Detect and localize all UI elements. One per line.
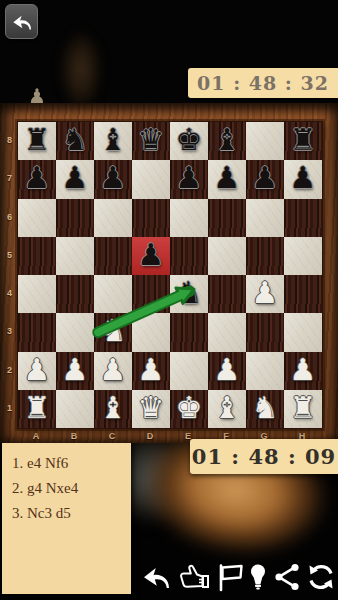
rank-labels: 87654321 (3, 121, 16, 427)
square-c8[interactable]: ♝ (94, 122, 132, 160)
square-g6[interactable] (246, 199, 284, 237)
white-knight: ♞ (246, 390, 284, 428)
undo-button[interactable] (141, 561, 173, 593)
square-e1[interactable]: ♚ (170, 390, 208, 428)
player-clock: 01 : 48 : 09 (190, 439, 338, 474)
black-knight: ♞ (170, 275, 208, 313)
square-c1[interactable]: ♝ (94, 390, 132, 428)
square-a8[interactable]: ♜ (18, 122, 56, 160)
square-f4[interactable] (208, 275, 246, 313)
square-e8[interactable]: ♚ (170, 122, 208, 160)
thumbs-up-icon (177, 561, 211, 593)
square-c5[interactable] (94, 237, 132, 275)
black-king: ♚ (170, 122, 208, 160)
share-button[interactable] (272, 561, 302, 593)
square-f7[interactable]: ♟ (208, 160, 246, 198)
white-king: ♚ (170, 390, 208, 428)
square-d4[interactable] (132, 275, 170, 313)
rank-label: 7 (3, 159, 16, 197)
square-b2[interactable]: ♟ (56, 352, 94, 390)
white-pawn: ♟ (208, 352, 246, 390)
square-a2[interactable]: ♟ (18, 352, 56, 390)
black-pawn: ♟ (284, 160, 322, 198)
rank-label: 4 (3, 274, 16, 312)
black-queen: ♛ (132, 122, 170, 160)
square-g8[interactable] (246, 122, 284, 160)
file-label: D (131, 429, 169, 443)
file-label: A (17, 429, 55, 443)
square-d2[interactable]: ♟ (132, 352, 170, 390)
white-rook: ♜ (284, 390, 322, 428)
square-g4[interactable]: ♟ (246, 275, 284, 313)
square-e3[interactable] (170, 313, 208, 351)
square-d6[interactable] (132, 199, 170, 237)
square-d7[interactable] (132, 160, 170, 198)
white-pawn: ♟ (94, 352, 132, 390)
white-pawn: ♟ (132, 352, 170, 390)
black-pawn: ♟ (132, 237, 170, 275)
black-pawn: ♟ (94, 160, 132, 198)
square-f2[interactable]: ♟ (208, 352, 246, 390)
square-c2[interactable]: ♟ (94, 352, 132, 390)
board-frame: 87654321 ABCDEFGH ♜♞♝♛♚♝♜♟♟♟♟♟♟♟♟♞♟♞♟♟♟♟… (0, 103, 338, 443)
square-f6[interactable] (208, 199, 246, 237)
square-d8[interactable]: ♛ (132, 122, 170, 160)
square-d1[interactable]: ♛ (132, 390, 170, 428)
square-d3[interactable] (132, 313, 170, 351)
square-h2[interactable]: ♟ (284, 352, 322, 390)
square-b1[interactable] (56, 390, 94, 428)
square-a5[interactable] (18, 237, 56, 275)
square-g2[interactable] (246, 352, 284, 390)
flag-button[interactable] (215, 561, 245, 593)
hint-bulb-icon (248, 561, 268, 593)
black-pawn: ♟ (18, 160, 56, 198)
square-h6[interactable] (284, 199, 322, 237)
square-b7[interactable]: ♟ (56, 160, 94, 198)
square-h1[interactable]: ♜ (284, 390, 322, 428)
rank-label: 6 (3, 198, 16, 236)
file-label: C (93, 429, 131, 443)
square-g1[interactable]: ♞ (246, 390, 284, 428)
square-h3[interactable] (284, 313, 322, 351)
square-a3[interactable] (18, 313, 56, 351)
file-label: B (55, 429, 93, 443)
white-pawn: ♟ (284, 352, 322, 390)
back-icon (11, 11, 33, 33)
square-g5[interactable] (246, 237, 284, 275)
square-e7[interactable]: ♟ (170, 160, 208, 198)
square-a7[interactable]: ♟ (18, 160, 56, 198)
refresh-button[interactable] (306, 561, 336, 593)
square-f8[interactable]: ♝ (208, 122, 246, 160)
square-b6[interactable] (56, 199, 94, 237)
like-button[interactable] (177, 561, 211, 593)
back-button[interactable] (5, 4, 38, 39)
square-h5[interactable] (284, 237, 322, 275)
square-a4[interactable] (18, 275, 56, 313)
black-rook: ♜ (18, 122, 56, 160)
square-c4[interactable] (94, 275, 132, 313)
flag-icon (215, 561, 245, 593)
square-g3[interactable] (246, 313, 284, 351)
black-pawn: ♟ (56, 160, 94, 198)
black-pawn: ♟ (208, 160, 246, 198)
move-row: 1. e4 Nf6 (12, 451, 131, 476)
square-b4[interactable] (56, 275, 94, 313)
black-bishop: ♝ (94, 122, 132, 160)
white-pawn: ♟ (246, 275, 284, 313)
black-bishop: ♝ (208, 122, 246, 160)
square-h8[interactable]: ♜ (284, 122, 322, 160)
rank-label: 3 (3, 312, 16, 350)
square-h4[interactable] (284, 275, 322, 313)
square-a1[interactable]: ♜ (18, 390, 56, 428)
move-row: 3. Nc3 d5 (12, 501, 131, 526)
square-e2[interactable] (170, 352, 208, 390)
move-row: 2. g4 Nxe4 (12, 476, 131, 501)
white-pawn: ♟ (56, 352, 94, 390)
share-icon (272, 561, 302, 593)
white-bishop: ♝ (208, 390, 246, 428)
background-photo-pawn (60, 30, 102, 103)
undo-icon (141, 561, 173, 593)
square-h7[interactable]: ♟ (284, 160, 322, 198)
square-e4[interactable]: ♞ (170, 275, 208, 313)
white-queen: ♛ (132, 390, 170, 428)
black-pawn: ♟ (170, 160, 208, 198)
square-c3[interactable]: ♞ (94, 313, 132, 351)
rank-label: 5 (3, 236, 16, 274)
square-c7[interactable]: ♟ (94, 160, 132, 198)
square-b8[interactable]: ♞ (56, 122, 94, 160)
square-a6[interactable] (18, 199, 56, 237)
square-f1[interactable]: ♝ (208, 390, 246, 428)
rank-label: 8 (3, 121, 16, 159)
refresh-icon (306, 561, 336, 593)
square-b5[interactable] (56, 237, 94, 275)
square-b3[interactable] (56, 313, 94, 351)
toolbar (141, 558, 336, 596)
square-d5[interactable]: ♟ (132, 237, 170, 275)
white-pawn: ♟ (18, 352, 56, 390)
chess-board: ♜♞♝♛♚♝♜♟♟♟♟♟♟♟♟♞♟♞♟♟♟♟♟♟♜♝♛♚♝♞♜ (17, 121, 323, 429)
white-rook: ♜ (18, 390, 56, 428)
background-pawn-figure: ♟ (28, 84, 46, 108)
rank-label: 1 (3, 389, 16, 427)
move-list: 1. e4 Nf6 2. g4 Nxe4 3. Nc3 d5 (2, 443, 131, 594)
square-e6[interactable] (170, 199, 208, 237)
square-f3[interactable] (208, 313, 246, 351)
black-knight: ♞ (56, 122, 94, 160)
black-rook: ♜ (284, 122, 322, 160)
white-bishop: ♝ (94, 390, 132, 428)
hint-button[interactable] (248, 561, 268, 593)
black-pawn: ♟ (246, 160, 284, 198)
square-g7[interactable]: ♟ (246, 160, 284, 198)
square-f5[interactable] (208, 237, 246, 275)
square-e5[interactable] (170, 237, 208, 275)
square-c6[interactable] (94, 199, 132, 237)
screen: ♟ 01 : 48 : 32 87654321 ABCDEFGH ♜♞♝♛♚♝♜… (0, 0, 338, 600)
white-knight: ♞ (94, 313, 132, 351)
opponent-clock: 01 : 48 : 32 (188, 68, 338, 98)
rank-label: 2 (3, 351, 16, 389)
